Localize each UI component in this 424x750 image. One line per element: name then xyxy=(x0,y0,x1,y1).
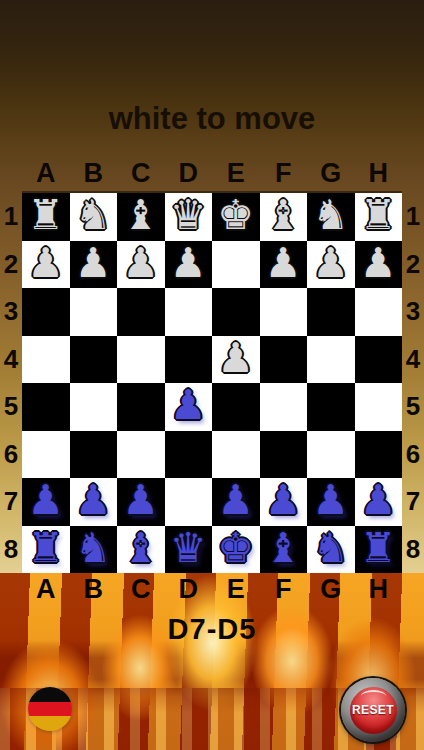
rank-label-3: 3 xyxy=(0,288,22,336)
square-B7[interactable]: ♟ xyxy=(70,478,118,526)
rank-label-8: 8 xyxy=(0,526,22,574)
square-E4[interactable]: ♟ xyxy=(212,336,260,384)
square-H5[interactable] xyxy=(355,383,403,431)
square-C2[interactable]: ♟ xyxy=(117,241,165,289)
piece-bP-D5[interactable]: ♟ xyxy=(170,385,207,426)
square-A1[interactable]: ♜ xyxy=(22,193,70,241)
reset-button-label: RESET xyxy=(352,703,394,717)
file-label-F: F xyxy=(260,158,308,189)
square-C1[interactable]: ♝ xyxy=(117,193,165,241)
file-label-E: E xyxy=(212,574,260,605)
square-G3[interactable] xyxy=(307,288,355,336)
square-C7[interactable]: ♟ xyxy=(117,478,165,526)
square-G5[interactable] xyxy=(307,383,355,431)
file-label-C: C xyxy=(117,574,165,605)
piece-bP-A7[interactable]: ♟ xyxy=(27,480,64,521)
rank-label-4: 4 xyxy=(0,336,22,384)
piece-wP-H2[interactable]: ♟ xyxy=(360,243,397,284)
square-F8[interactable]: ♝ xyxy=(260,526,308,574)
piece-bB-C8[interactable]: ♝ xyxy=(122,528,159,569)
turn-indicator: white to move xyxy=(0,101,424,137)
square-E3[interactable] xyxy=(212,288,260,336)
piece-bP-B7[interactable]: ♟ xyxy=(75,480,112,521)
piece-wP-C2[interactable]: ♟ xyxy=(122,243,159,284)
file-label-C: C xyxy=(117,158,165,189)
piece-bB-F8[interactable]: ♝ xyxy=(265,528,302,569)
square-H8[interactable]: ♜ xyxy=(355,526,403,574)
piece-bN-B8[interactable]: ♞ xyxy=(75,528,112,569)
square-D3[interactable] xyxy=(165,288,213,336)
piece-bR-H8[interactable]: ♜ xyxy=(360,528,397,569)
rank-label-1: 1 xyxy=(402,193,424,241)
rank-label-1: 1 xyxy=(0,193,22,241)
piece-wK-E1[interactable]: ♚ xyxy=(217,195,254,236)
rank-labels-left: 12345678 xyxy=(0,193,22,573)
square-D5[interactable]: ♟ xyxy=(165,383,213,431)
file-label-G: G xyxy=(307,574,355,605)
square-B2[interactable]: ♟ xyxy=(70,241,118,289)
square-C6[interactable] xyxy=(117,431,165,479)
square-D6[interactable] xyxy=(165,431,213,479)
square-D4[interactable] xyxy=(165,336,213,384)
file-label-A: A xyxy=(22,158,70,189)
square-A8[interactable]: ♜ xyxy=(22,526,70,574)
square-A2[interactable]: ♟ xyxy=(22,241,70,289)
rank-label-7: 7 xyxy=(0,478,22,526)
piece-wR-A1[interactable]: ♜ xyxy=(27,195,64,236)
square-C8[interactable]: ♝ xyxy=(117,526,165,574)
piece-wN-G1[interactable]: ♞ xyxy=(312,195,349,236)
square-H4[interactable] xyxy=(355,336,403,384)
last-move-label: D7-D5 xyxy=(0,613,424,646)
square-B5[interactable] xyxy=(70,383,118,431)
piece-bP-C7[interactable]: ♟ xyxy=(122,480,159,521)
piece-wB-C1[interactable]: ♝ xyxy=(122,195,159,236)
piece-bP-H7[interactable]: ♟ xyxy=(360,480,397,521)
file-label-B: B xyxy=(70,158,118,189)
rank-label-6: 6 xyxy=(0,431,22,479)
app-screen: white to move ABCDEFGH 12345678 12345678… xyxy=(0,0,424,750)
piece-wP-E4[interactable]: ♟ xyxy=(217,338,254,379)
square-A4[interactable] xyxy=(22,336,70,384)
file-label-G: G xyxy=(307,158,355,189)
piece-wR-H1[interactable]: ♜ xyxy=(360,195,397,236)
square-F5[interactable] xyxy=(260,383,308,431)
square-H7[interactable]: ♟ xyxy=(355,478,403,526)
chess-board: ♜♞♝♛♚♝♞♜♟♟♟♟♟♟♟♟♟♟♟♟♟♟♟♟♜♞♝♛♚♝♞♜ xyxy=(22,193,402,573)
rank-label-7: 7 xyxy=(402,478,424,526)
square-G6[interactable] xyxy=(307,431,355,479)
piece-bP-G7[interactable]: ♟ xyxy=(312,480,349,521)
file-labels-top: ABCDEFGH xyxy=(22,158,402,186)
piece-bN-G8[interactable]: ♞ xyxy=(312,528,349,569)
square-B6[interactable] xyxy=(70,431,118,479)
square-B8[interactable]: ♞ xyxy=(70,526,118,574)
square-D1[interactable]: ♛ xyxy=(165,193,213,241)
rank-label-6: 6 xyxy=(402,431,424,479)
piece-bR-A8[interactable]: ♜ xyxy=(27,528,64,569)
square-A3[interactable] xyxy=(22,288,70,336)
square-E7[interactable]: ♟ xyxy=(212,478,260,526)
square-C4[interactable] xyxy=(117,336,165,384)
piece-wN-B1[interactable]: ♞ xyxy=(75,195,112,236)
square-B4[interactable] xyxy=(70,336,118,384)
square-F2[interactable]: ♟ xyxy=(260,241,308,289)
rank-label-3: 3 xyxy=(402,288,424,336)
square-B1[interactable]: ♞ xyxy=(70,193,118,241)
reset-button[interactable]: RESET xyxy=(341,678,405,742)
rank-label-2: 2 xyxy=(0,241,22,289)
square-E1[interactable]: ♚ xyxy=(212,193,260,241)
rank-label-5: 5 xyxy=(0,383,22,431)
piece-wP-F2[interactable]: ♟ xyxy=(265,243,302,284)
rank-label-5: 5 xyxy=(402,383,424,431)
square-F1[interactable]: ♝ xyxy=(260,193,308,241)
square-D2[interactable]: ♟ xyxy=(165,241,213,289)
flag-stripe-red xyxy=(28,702,72,717)
square-F4[interactable] xyxy=(260,336,308,384)
piece-wP-B2[interactable]: ♟ xyxy=(75,243,112,284)
square-D7[interactable] xyxy=(165,478,213,526)
rank-labels-right: 12345678 xyxy=(402,193,424,573)
reset-button-face: RESET xyxy=(350,687,397,734)
square-E6[interactable] xyxy=(212,431,260,479)
square-G1[interactable]: ♞ xyxy=(307,193,355,241)
file-label-F: F xyxy=(260,574,308,605)
file-label-D: D xyxy=(165,574,213,605)
file-label-E: E xyxy=(212,158,260,189)
file-labels-bottom: ABCDEFGH xyxy=(22,574,402,602)
file-label-B: B xyxy=(70,574,118,605)
square-C5[interactable] xyxy=(117,383,165,431)
piece-wB-F1[interactable]: ♝ xyxy=(265,195,302,236)
square-E8[interactable]: ♚ xyxy=(212,526,260,574)
piece-bP-E7[interactable]: ♟ xyxy=(217,480,254,521)
square-F7[interactable]: ♟ xyxy=(260,478,308,526)
rank-label-4: 4 xyxy=(402,336,424,384)
piece-bQ-D8[interactable]: ♛ xyxy=(170,528,207,569)
square-A6[interactable] xyxy=(22,431,70,479)
rank-label-8: 8 xyxy=(402,526,424,574)
square-H3[interactable] xyxy=(355,288,403,336)
square-G7[interactable]: ♟ xyxy=(307,478,355,526)
square-H1[interactable]: ♜ xyxy=(355,193,403,241)
piece-wQ-D1[interactable]: ♛ xyxy=(170,195,207,236)
square-G4[interactable] xyxy=(307,336,355,384)
square-E5[interactable] xyxy=(212,383,260,431)
square-A7[interactable]: ♟ xyxy=(22,478,70,526)
piece-wP-G2[interactable]: ♟ xyxy=(312,243,349,284)
square-G2[interactable]: ♟ xyxy=(307,241,355,289)
square-D8[interactable]: ♛ xyxy=(165,526,213,574)
piece-wP-A2[interactable]: ♟ xyxy=(27,243,64,284)
square-C3[interactable] xyxy=(117,288,165,336)
square-F3[interactable] xyxy=(260,288,308,336)
square-E2[interactable] xyxy=(212,241,260,289)
square-F6[interactable] xyxy=(260,431,308,479)
file-label-H: H xyxy=(355,158,403,189)
piece-bP-F7[interactable]: ♟ xyxy=(265,480,302,521)
german-flag-button[interactable] xyxy=(28,687,72,731)
file-label-H: H xyxy=(355,574,403,605)
square-H6[interactable] xyxy=(355,431,403,479)
square-A5[interactable] xyxy=(22,383,70,431)
piece-bK-E8[interactable]: ♚ xyxy=(217,528,254,569)
square-B3[interactable] xyxy=(70,288,118,336)
file-label-A: A xyxy=(22,574,70,605)
square-G8[interactable]: ♞ xyxy=(307,526,355,574)
file-label-D: D xyxy=(165,158,213,189)
square-H2[interactable]: ♟ xyxy=(355,241,403,289)
rank-label-2: 2 xyxy=(402,241,424,289)
piece-wP-D2[interactable]: ♟ xyxy=(170,243,207,284)
